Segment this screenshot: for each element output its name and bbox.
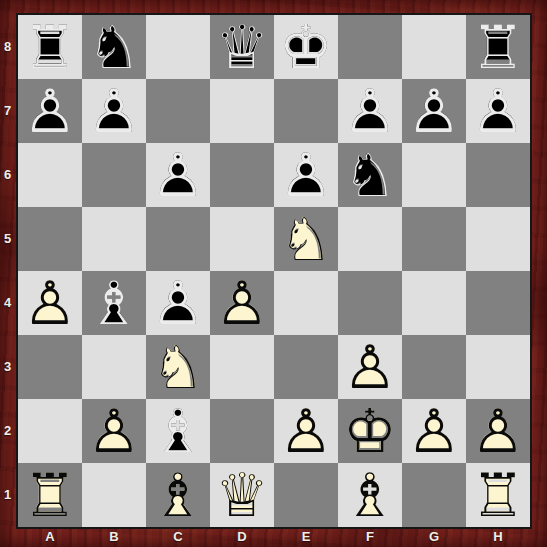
square-c5[interactable] (146, 207, 210, 271)
file-label-g: G (402, 529, 466, 547)
square-f4[interactable] (338, 271, 402, 335)
black-pawn: ♟♙ (146, 271, 210, 335)
square-e7[interactable] (274, 79, 338, 143)
white-pawn-glyph-outline: ♙ (338, 335, 402, 399)
white-rook: ♜♖ (18, 463, 82, 527)
white-pawn-glyph-outline: ♙ (274, 399, 338, 463)
square-f2[interactable]: ♚♔ (338, 399, 402, 463)
black-bishop-glyph-outline: ♗ (82, 271, 146, 335)
black-pawn-glyph-outline: ♙ (82, 79, 146, 143)
square-f7[interactable]: ♟♙ (338, 79, 402, 143)
black-pawn: ♟♙ (18, 79, 82, 143)
square-e2[interactable]: ♟♙ (274, 399, 338, 463)
white-pawn-glyph-outline: ♙ (210, 271, 274, 335)
square-e1[interactable] (274, 463, 338, 527)
white-bishop-glyph-outline: ♗ (146, 463, 210, 527)
square-c7[interactable] (146, 79, 210, 143)
square-f3[interactable]: ♟♙ (338, 335, 402, 399)
black-pawn: ♟♙ (82, 79, 146, 143)
square-h5[interactable] (466, 207, 530, 271)
square-c2[interactable]: ♝♗ (146, 399, 210, 463)
white-pawn: ♟♙ (466, 399, 530, 463)
white-pawn: ♟♙ (18, 271, 82, 335)
square-b3[interactable] (82, 335, 146, 399)
square-g7[interactable]: ♟♙ (402, 79, 466, 143)
rank-label-2: 2 (0, 399, 15, 463)
black-knight: ♞♘ (82, 15, 146, 79)
white-pawn: ♟♙ (274, 399, 338, 463)
black-pawn-glyph-outline: ♙ (402, 79, 466, 143)
rank-label-8: 8 (0, 15, 15, 79)
square-c4[interactable]: ♟♙ (146, 271, 210, 335)
black-knight-glyph-outline: ♘ (82, 15, 146, 79)
black-pawn-glyph-outline: ♙ (146, 271, 210, 335)
file-label-b: B (82, 529, 146, 547)
square-a7[interactable]: ♟♙ (18, 79, 82, 143)
white-queen-glyph-outline: ♕ (210, 463, 274, 527)
black-pawn-glyph-outline: ♙ (146, 143, 210, 207)
white-bishop-glyph-outline: ♗ (338, 463, 402, 527)
square-d3[interactable] (210, 335, 274, 399)
black-pawn: ♟♙ (338, 79, 402, 143)
square-d2[interactable] (210, 399, 274, 463)
black-rook: ♜♖ (18, 15, 82, 79)
square-e3[interactable] (274, 335, 338, 399)
square-h2[interactable]: ♟♙ (466, 399, 530, 463)
square-d5[interactable] (210, 207, 274, 271)
black-queen: ♛♕ (210, 15, 274, 79)
white-bishop: ♝♗ (338, 463, 402, 527)
square-e6[interactable]: ♟♙ (274, 143, 338, 207)
black-king-glyph-outline: ♔ (274, 15, 338, 79)
rank-label-5: 5 (0, 207, 15, 271)
square-a6[interactable] (18, 143, 82, 207)
square-d8[interactable]: ♛♕ (210, 15, 274, 79)
white-king-glyph-outline: ♔ (338, 399, 402, 463)
file-label-d: D (210, 529, 274, 547)
square-a5[interactable] (18, 207, 82, 271)
square-g5[interactable] (402, 207, 466, 271)
black-pawn: ♟♙ (402, 79, 466, 143)
square-h1[interactable]: ♜♖ (466, 463, 530, 527)
square-g2[interactable]: ♟♙ (402, 399, 466, 463)
black-rook-glyph-outline: ♖ (466, 15, 530, 79)
square-e5[interactable]: ♞♘ (274, 207, 338, 271)
square-h8[interactable]: ♜♖ (466, 15, 530, 79)
square-h6[interactable] (466, 143, 530, 207)
square-b6[interactable] (82, 143, 146, 207)
white-knight-glyph-outline: ♘ (274, 207, 338, 271)
square-b8[interactable]: ♞♘ (82, 15, 146, 79)
white-rook-glyph-outline: ♖ (18, 463, 82, 527)
white-knight-glyph-outline: ♘ (146, 335, 210, 399)
black-pawn-glyph-outline: ♙ (338, 79, 402, 143)
white-rook-glyph-outline: ♖ (466, 463, 530, 527)
rank-label-7: 7 (0, 79, 15, 143)
square-b2[interactable]: ♟♙ (82, 399, 146, 463)
square-c8[interactable] (146, 15, 210, 79)
black-pawn: ♟♙ (274, 143, 338, 207)
square-g8[interactable] (402, 15, 466, 79)
square-e4[interactable] (274, 271, 338, 335)
white-knight: ♞♘ (274, 207, 338, 271)
black-rook: ♜♖ (466, 15, 530, 79)
black-pawn: ♟♙ (146, 143, 210, 207)
black-queen-glyph-outline: ♕ (210, 15, 274, 79)
file-label-e: E (274, 529, 338, 547)
square-b7[interactable]: ♟♙ (82, 79, 146, 143)
square-f8[interactable] (338, 15, 402, 79)
square-e8[interactable]: ♚♔ (274, 15, 338, 79)
square-b1[interactable] (82, 463, 146, 527)
white-knight: ♞♘ (146, 335, 210, 399)
black-bishop-glyph-outline: ♗ (146, 399, 210, 463)
white-pawn: ♟♙ (210, 271, 274, 335)
black-king: ♚♔ (274, 15, 338, 79)
square-a2[interactable] (18, 399, 82, 463)
white-queen: ♛♕ (210, 463, 274, 527)
square-g4[interactable] (402, 271, 466, 335)
square-g3[interactable] (402, 335, 466, 399)
file-label-a: A (18, 529, 82, 547)
square-h3[interactable] (466, 335, 530, 399)
square-d7[interactable] (210, 79, 274, 143)
black-knight-glyph-outline: ♘ (338, 143, 402, 207)
white-pawn: ♟♙ (82, 399, 146, 463)
black-pawn-glyph-outline: ♙ (274, 143, 338, 207)
white-pawn-glyph-outline: ♙ (18, 271, 82, 335)
square-c6[interactable]: ♟♙ (146, 143, 210, 207)
square-f5[interactable] (338, 207, 402, 271)
square-a1[interactable]: ♜♖ (18, 463, 82, 527)
file-label-f: F (338, 529, 402, 547)
square-a8[interactable]: ♜♖ (18, 15, 82, 79)
black-knight: ♞♘ (338, 143, 402, 207)
black-rook-glyph-outline: ♖ (18, 15, 82, 79)
rank-label-1: 1 (0, 463, 15, 527)
square-h4[interactable] (466, 271, 530, 335)
black-pawn-glyph-outline: ♙ (466, 79, 530, 143)
square-b4[interactable]: ♝♗ (82, 271, 146, 335)
black-bishop: ♝♗ (146, 399, 210, 463)
white-king: ♚♔ (338, 399, 402, 463)
chess-app-window: ♜♖♞♘♛♕♚♔♜♖♟♙♟♙♟♙♟♙♟♙♟♙♟♙♞♘♞♘♟♙♝♗♟♙♟♙♞♘♟♙… (0, 0, 547, 547)
white-rook: ♜♖ (466, 463, 530, 527)
chess-board: ♜♖♞♘♛♕♚♔♜♖♟♙♟♙♟♙♟♙♟♙♟♙♟♙♞♘♞♘♟♙♝♗♟♙♟♙♞♘♟♙… (16, 13, 532, 529)
square-h7[interactable]: ♟♙ (466, 79, 530, 143)
rank-label-3: 3 (0, 335, 15, 399)
file-label-h: H (466, 529, 530, 547)
square-f6[interactable]: ♞♘ (338, 143, 402, 207)
black-pawn: ♟♙ (466, 79, 530, 143)
square-f1[interactable]: ♝♗ (338, 463, 402, 527)
square-d4[interactable]: ♟♙ (210, 271, 274, 335)
square-d6[interactable] (210, 143, 274, 207)
black-bishop: ♝♗ (82, 271, 146, 335)
white-pawn: ♟♙ (338, 335, 402, 399)
square-g6[interactable] (402, 143, 466, 207)
file-label-c: C (146, 529, 210, 547)
square-a3[interactable] (18, 335, 82, 399)
white-pawn-glyph-outline: ♙ (82, 399, 146, 463)
square-c3[interactable]: ♞♘ (146, 335, 210, 399)
white-bishop: ♝♗ (146, 463, 210, 527)
white-pawn: ♟♙ (402, 399, 466, 463)
square-c1[interactable]: ♝♗ (146, 463, 210, 527)
black-pawn-glyph-outline: ♙ (18, 79, 82, 143)
rank-label-6: 6 (0, 143, 15, 207)
square-d1[interactable]: ♛♕ (210, 463, 274, 527)
white-pawn-glyph-outline: ♙ (402, 399, 466, 463)
square-g1[interactable] (402, 463, 466, 527)
rank-label-4: 4 (0, 271, 15, 335)
white-pawn-glyph-outline: ♙ (466, 399, 530, 463)
square-a4[interactable]: ♟♙ (18, 271, 82, 335)
square-b5[interactable] (82, 207, 146, 271)
